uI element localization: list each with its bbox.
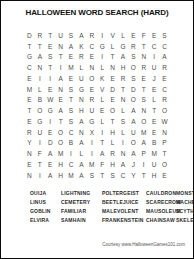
grid-cell: E [128,30,138,41]
grid-cell: N [24,148,34,159]
grid-cell: L [97,95,107,106]
grid-cell: L [97,116,107,127]
word-item: POLTERGEIST [102,191,146,197]
grid-cell: A [66,41,76,52]
grid-cell: N [87,62,97,73]
grid-cell: D [128,84,138,95]
grid-cell: A [76,138,86,149]
grid-cell: R [87,30,97,41]
grid-cell: O [128,95,138,106]
grid-cell: I [97,30,107,41]
grid-cell: M [149,148,159,159]
grid-cell: G [24,52,34,63]
word-item: SCARECROW [146,200,176,206]
grid-cell: P [159,138,169,149]
grid-cell: C [118,170,128,181]
grid-cell: M [87,159,97,170]
grid-cell: D [24,30,34,41]
grid-cell: A [159,52,169,63]
grid-cell: I [66,148,76,159]
grid-cell: C [66,127,76,138]
grid-cell: V [107,30,117,41]
grid-cell: D [45,138,55,149]
grid-cell: E [66,73,76,84]
grid-cell: H [149,170,159,181]
grid-cell: R [118,73,128,84]
grid-cell: N [35,62,45,73]
grid-cell: E [107,73,117,84]
grid-cell: U [128,127,138,138]
grid-cell: I [97,127,107,138]
grid-cell: N [55,84,65,95]
grid-cell: U [87,105,97,116]
word-item: MONSTER [176,191,194,197]
grid-cell: H [107,127,117,138]
grid-cell: L [118,30,128,41]
grid-cell: Y [24,138,34,149]
grid-cell: I [97,52,107,63]
grid-cell: E [149,30,159,41]
grid-cell: I [87,148,97,159]
grid-cell: E [87,84,97,95]
word-item: MAUSOLEUM [146,209,176,215]
grid-cell: H [118,62,128,73]
word-item: GOBLIN [30,209,61,215]
grid-cell: W [45,95,55,106]
grid-cell: E [66,52,76,63]
grid-cell: A [118,52,128,63]
grid-cell: T [35,41,45,52]
grid-cell: S [87,170,97,181]
grid-cell: O [107,105,117,116]
grid-cell: E [45,159,55,170]
puzzle-page: HALLOWEEN WORD SEARCH (HARD) DRTUSARIVLE… [0,0,194,259]
grid-cell: T [24,41,34,52]
grid-cell: T [55,116,65,127]
grid-cell: T [139,41,149,52]
grid-cell: X [87,127,97,138]
grid-cell: S [66,30,76,41]
word-item: SAMHAIN [61,218,102,224]
grid-cell: A [139,138,149,149]
grid-cell: L [76,148,86,159]
grid-cell: E [24,73,34,84]
grid-cell: E [159,73,169,84]
word-search-grid: DRTUSARIVLEFESTTENAKCGLGRTCCGASTEREITASN… [24,30,169,181]
grid-cell: T [118,84,128,95]
grid-cell: T [149,105,159,116]
grid-cell: U [76,73,86,84]
grid-cell: L [76,62,86,73]
grid-cell: E [45,127,55,138]
grid-cell: L [118,127,128,138]
grid-cell: H [55,159,65,170]
grid-cell: E [149,84,159,95]
grid-cell: J [128,159,138,170]
grid-cell: Y [128,170,138,181]
word-item: LIGHTNING [61,191,102,197]
grid-cell: A [35,52,45,63]
grid-cell: E [87,52,97,63]
grid-cell: O [139,116,149,127]
grid-cell: A [128,148,138,159]
grid-cell: B [149,138,159,149]
grid-cell: G [97,41,107,52]
word-item: MALEVOLENT [102,209,146,215]
grid-cell: S [107,170,117,181]
grid-cell: S [66,84,76,95]
page-title: HALLOWEEN WORD SEARCH (HARD) [1,1,193,17]
grid-cell: E [139,73,149,84]
grid-cell: R [24,127,34,138]
grid-cell: I [55,62,65,73]
grid-cell: A [55,105,65,116]
grid-cell: C [159,41,169,52]
grid-cell: O [128,62,138,73]
grid-cell: W [159,116,169,127]
grid-cell: E [24,95,34,106]
grid-cell: T [97,170,107,181]
grid-cell: E [24,159,34,170]
grid-cell: T [97,138,107,149]
word-list: OUIJALIGHTNINGPOLTERGEISTCAULDRONMONSTER… [30,191,193,224]
grid-cell: N [159,127,169,138]
grid-cell: R [128,41,138,52]
grid-cell: S [66,116,76,127]
grid-cell: I [35,138,45,149]
grid-cell: U [149,62,159,73]
grid-cell: E [55,95,65,106]
grid-cell: S [66,105,76,116]
grid-cell: N [76,127,86,138]
grid-cell: F [35,148,45,159]
grid-cell: A [128,116,138,127]
grid-cell: T [139,170,149,181]
grid-cell: E [97,105,107,116]
grid-cell: O [159,105,169,116]
grid-cell: B [66,138,76,149]
grid-cell: R [87,95,97,106]
grid-cell: O [55,127,65,138]
grid-cell: I [45,116,55,127]
grid-cell: E [149,127,159,138]
grid-cell: D [107,84,117,95]
grid-cell: M [66,170,76,181]
word-item: FAMILIAR [61,209,102,215]
grid-cell: C [24,62,34,73]
grid-cell: R [139,62,149,73]
grid-cell: N [139,52,149,63]
grid-cell: U [55,30,65,41]
grid-cell: T [159,148,169,159]
grid-cell: R [107,148,117,159]
grid-cell: I [149,52,159,63]
grid-cell: T [45,30,55,41]
grid-cell: C [66,159,76,170]
grid-cell: L [149,95,159,106]
grid-cell: S [159,30,169,41]
grid-cell: N [139,105,149,116]
grid-cell: H [107,159,117,170]
grid-cell: M [66,62,76,73]
grid-cell: T [45,62,55,73]
grid-cell: O [128,138,138,149]
grid-cell: T [55,52,65,63]
grid-cell: G [118,41,128,52]
grid-cell: E [24,116,34,127]
grid-cell: E [45,41,55,52]
grid-cell: N [76,95,86,106]
grid-cell: L [107,41,117,52]
grid-cell: I [118,138,128,149]
grid-cell: I [45,73,55,84]
word-item: MACHETE [176,200,194,206]
grid-cell: S [118,116,128,127]
grid-cell: I [35,73,45,84]
grid-cell: N [24,170,34,181]
grid-cell: T [107,116,117,127]
grid-cell: A [118,159,128,170]
grid-cell: F [139,30,149,41]
grid-cell: I [139,159,149,170]
grid-cell: T [24,105,34,116]
grid-cell: N [55,41,65,52]
grid-cell: F [97,159,107,170]
grid-cell: H [76,105,86,116]
grid-cell: S [128,73,138,84]
word-item: FRANKENSTEIN [102,218,146,224]
word-item: BEETLEJUICE [102,200,146,206]
grid-cell: A [97,148,107,159]
grid-cell: M [55,148,65,159]
grid-cell: T [139,84,149,95]
grid-cell: C [149,41,159,52]
grid-cell: S [128,52,138,63]
grid-cell: U [149,159,159,170]
word-item: CEMETERY [61,200,102,206]
grid-cell: P [139,148,149,159]
grid-cell: A [76,159,86,170]
grid-cell: O [55,138,65,149]
grid-cell: E [45,84,55,95]
grid-cell: A [76,30,86,41]
courtesy-note: Courtesy www.HalloweenGames101.com [102,242,185,247]
word-item: SCYTHE [176,209,194,215]
grid-cell: A [76,170,86,181]
grid-cell: N [118,148,128,159]
grid-cell: A [76,116,86,127]
grid-cell: G [76,84,86,95]
word-item: CAULDRON [146,191,176,197]
word-item: CHAINSAW [146,218,176,224]
grid-cell: B [35,95,45,106]
grid-cell: M [139,127,149,138]
grid-cell: O [159,159,169,170]
grid-cell: N [118,95,128,106]
grid-cell: O [35,105,45,116]
grid-cell: N [107,62,117,73]
grid-cell: A [45,170,55,181]
grid-cell: C [159,84,169,95]
grid-cell: L [97,62,107,73]
grid-cell: L [107,138,117,149]
grid-cell: T [35,159,45,170]
word-item: LINUS [30,200,61,206]
grid-cell: L [118,105,128,116]
word-item: ELVIRA [30,218,61,224]
grid-cell: E [149,116,159,127]
word-item: OUIJA [30,191,61,197]
grid-cell: S [139,95,149,106]
grid-cell: E [107,95,117,106]
grid-cell: H [55,170,65,181]
grid-cell: U [35,127,45,138]
grid-cell: M [24,84,34,95]
grid-cell: K [97,73,107,84]
grid-cell: I [35,170,45,181]
grid-cell: R [159,95,169,106]
grid-cell: R [76,52,86,63]
grid-cell: A [45,148,55,159]
grid-cell: S [45,52,55,63]
grid-cell: G [45,105,55,116]
grid-cell: G [35,116,45,127]
grid-cell: O [87,73,97,84]
grid-cell: K [76,41,86,52]
grid-cell: G [87,116,97,127]
grid-cell: R [35,30,45,41]
word-item: SKELETON [176,218,194,224]
grid-cell: C [87,41,97,52]
grid-cell: J [149,73,159,84]
grid-cell: E [159,170,169,181]
grid-cell: T [66,95,76,106]
grid-cell: I [87,138,97,149]
grid-cell: A [55,73,65,84]
grid-cell: T [107,52,117,63]
grid-cell: V [97,84,107,95]
grid-cell: L [35,84,45,95]
grid-cell: R [159,62,169,73]
grid-cell: A [128,105,138,116]
